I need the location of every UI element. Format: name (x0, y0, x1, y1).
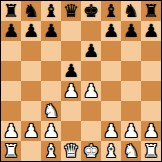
square-a3[interactable] (1, 101, 21, 121)
square-h7[interactable]: ♟ (141, 21, 161, 41)
square-g5[interactable] (121, 61, 141, 81)
square-f3[interactable] (101, 101, 121, 121)
piece-black-bishop: ♝ (43, 1, 59, 21)
piece-white-knight: ♞ (123, 141, 139, 161)
square-c3[interactable]: ♞ (41, 101, 61, 121)
square-a8[interactable]: ♜ (1, 1, 21, 21)
piece-white-pawn: ♟ (103, 121, 119, 141)
square-a6[interactable] (1, 41, 21, 61)
piece-black-rook: ♜ (143, 1, 159, 21)
square-f5[interactable] (101, 61, 121, 81)
piece-white-pawn: ♟ (3, 121, 19, 141)
square-e7[interactable] (81, 21, 101, 41)
square-c5[interactable] (41, 61, 61, 81)
square-a2[interactable]: ♟ (1, 121, 21, 141)
square-f6[interactable] (101, 41, 121, 61)
piece-white-pawn: ♟ (23, 121, 39, 141)
square-f7[interactable]: ♟ (101, 21, 121, 41)
square-h3[interactable] (141, 101, 161, 121)
piece-black-pawn: ♟ (3, 21, 19, 41)
square-h6[interactable] (141, 41, 161, 61)
square-b8[interactable]: ♞ (21, 1, 41, 21)
piece-white-rook: ♜ (3, 141, 19, 161)
square-e2[interactable] (81, 121, 101, 141)
square-c4[interactable] (41, 81, 61, 101)
square-a4[interactable] (1, 81, 21, 101)
piece-black-pawn: ♟ (43, 21, 59, 41)
square-a5[interactable] (1, 61, 21, 81)
square-g8[interactable]: ♞ (121, 1, 141, 21)
square-e5[interactable] (81, 61, 101, 81)
square-a7[interactable]: ♟ (1, 21, 21, 41)
piece-white-bishop: ♝ (43, 141, 59, 161)
square-b5[interactable] (21, 61, 41, 81)
chess-board: ♜♞♝♛♚♝♞♜♟♟♟♟♟♟♟♟♟♟♞♟♟♟♟♟♟♜♝♛♚♝♞♜ (0, 0, 162, 162)
square-b6[interactable] (21, 41, 41, 61)
piece-white-pawn: ♟ (123, 121, 139, 141)
square-g1[interactable]: ♞ (121, 141, 141, 161)
piece-black-bishop: ♝ (103, 1, 119, 21)
square-c1[interactable]: ♝ (41, 141, 61, 161)
piece-black-pawn: ♟ (83, 41, 99, 61)
piece-black-pawn: ♟ (23, 21, 39, 41)
piece-black-pawn: ♟ (63, 61, 79, 81)
square-h8[interactable]: ♜ (141, 1, 161, 21)
piece-black-pawn: ♟ (103, 21, 119, 41)
square-f1[interactable]: ♝ (101, 141, 121, 161)
piece-black-rook: ♜ (3, 1, 19, 21)
square-c6[interactable] (41, 41, 61, 61)
square-e1[interactable]: ♚ (81, 141, 101, 161)
piece-white-bishop: ♝ (103, 141, 119, 161)
square-f4[interactable] (101, 81, 121, 101)
square-g4[interactable] (121, 81, 141, 101)
square-e8[interactable]: ♚ (81, 1, 101, 21)
square-d8[interactable]: ♛ (61, 1, 81, 21)
piece-black-knight: ♞ (123, 1, 139, 21)
square-c2[interactable]: ♟ (41, 121, 61, 141)
piece-white-pawn: ♟ (83, 81, 99, 101)
piece-white-pawn: ♟ (143, 121, 159, 141)
square-d7[interactable] (61, 21, 81, 41)
square-c7[interactable]: ♟ (41, 21, 61, 41)
piece-black-pawn: ♟ (123, 21, 139, 41)
square-h2[interactable]: ♟ (141, 121, 161, 141)
piece-white-knight: ♞ (43, 101, 59, 121)
square-e6[interactable]: ♟ (81, 41, 101, 61)
square-h5[interactable] (141, 61, 161, 81)
square-d1[interactable]: ♛ (61, 141, 81, 161)
square-d4[interactable]: ♟ (61, 81, 81, 101)
piece-white-king: ♚ (83, 141, 99, 161)
piece-white-rook: ♜ (143, 141, 159, 161)
square-b1[interactable] (21, 141, 41, 161)
square-h4[interactable] (141, 81, 161, 101)
square-h1[interactable]: ♜ (141, 141, 161, 161)
square-d6[interactable] (61, 41, 81, 61)
square-e3[interactable] (81, 101, 101, 121)
piece-white-pawn: ♟ (43, 121, 59, 141)
square-d3[interactable] (61, 101, 81, 121)
piece-white-pawn: ♟ (63, 81, 79, 101)
square-f8[interactable]: ♝ (101, 1, 121, 21)
square-g3[interactable] (121, 101, 141, 121)
square-b3[interactable] (21, 101, 41, 121)
piece-black-pawn: ♟ (143, 21, 159, 41)
square-a1[interactable]: ♜ (1, 141, 21, 161)
square-d2[interactable] (61, 121, 81, 141)
square-c8[interactable]: ♝ (41, 1, 61, 21)
square-g7[interactable]: ♟ (121, 21, 141, 41)
piece-black-queen: ♛ (63, 1, 79, 21)
square-b2[interactable]: ♟ (21, 121, 41, 141)
square-g6[interactable] (121, 41, 141, 61)
square-d5[interactable]: ♟ (61, 61, 81, 81)
square-f2[interactable]: ♟ (101, 121, 121, 141)
square-b7[interactable]: ♟ (21, 21, 41, 41)
square-e4[interactable]: ♟ (81, 81, 101, 101)
piece-black-knight: ♞ (23, 1, 39, 21)
piece-black-king: ♚ (83, 1, 99, 21)
piece-white-queen: ♛ (63, 141, 79, 161)
square-b4[interactable] (21, 81, 41, 101)
square-g2[interactable]: ♟ (121, 121, 141, 141)
